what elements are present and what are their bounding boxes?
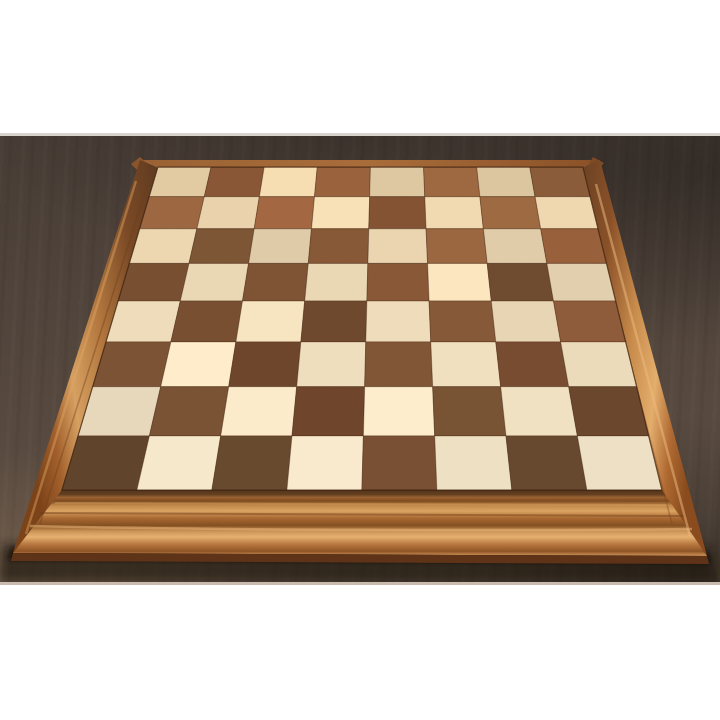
square-c8 xyxy=(259,167,317,197)
square-e3 xyxy=(365,342,433,387)
square-a7 xyxy=(140,197,205,229)
square-g8 xyxy=(477,167,535,197)
square-e2 xyxy=(363,387,434,436)
square-c5 xyxy=(243,263,309,301)
square-g4 xyxy=(491,301,560,342)
square-e4 xyxy=(366,301,431,342)
square-d6 xyxy=(308,229,369,264)
square-c4 xyxy=(236,301,305,342)
square-b8 xyxy=(204,167,264,197)
square-c6 xyxy=(249,229,312,264)
square-f4 xyxy=(429,301,496,342)
square-h7 xyxy=(535,197,598,229)
square-e7 xyxy=(369,197,426,229)
square-c3 xyxy=(229,342,301,387)
square-a5 xyxy=(118,263,189,301)
square-d5 xyxy=(305,263,368,301)
chessboard-photo xyxy=(0,133,720,585)
square-b5 xyxy=(180,263,248,301)
square-e5 xyxy=(367,263,429,301)
square-g7 xyxy=(480,197,541,229)
square-h1 xyxy=(577,436,662,490)
square-h2 xyxy=(569,387,649,436)
square-g2 xyxy=(501,387,578,436)
square-h3 xyxy=(561,342,637,387)
board-squares xyxy=(62,167,662,490)
square-g6 xyxy=(483,229,547,264)
square-c1 xyxy=(212,436,292,490)
square-d4 xyxy=(301,301,367,342)
square-e8 xyxy=(370,167,425,197)
square-b4 xyxy=(171,301,243,342)
base-front xyxy=(13,490,707,556)
square-h8 xyxy=(530,167,590,197)
square-g5 xyxy=(487,263,553,301)
square-f8 xyxy=(424,167,480,197)
square-d2 xyxy=(292,387,365,436)
square-f7 xyxy=(425,197,484,229)
square-a6 xyxy=(129,229,197,264)
square-a8 xyxy=(149,167,211,197)
square-f2 xyxy=(433,387,506,436)
square-c2 xyxy=(221,387,297,436)
square-b7 xyxy=(197,197,260,229)
square-b1 xyxy=(137,436,221,490)
square-d1 xyxy=(287,436,364,490)
square-d8 xyxy=(315,167,371,197)
square-h4 xyxy=(554,301,626,342)
square-d3 xyxy=(297,342,366,387)
square-a4 xyxy=(106,301,180,342)
chessboard xyxy=(0,136,720,582)
square-d7 xyxy=(312,197,370,229)
square-h6 xyxy=(541,229,607,264)
square-h5 xyxy=(547,263,616,301)
square-b3 xyxy=(161,342,236,387)
square-b2 xyxy=(149,387,228,436)
square-g1 xyxy=(506,436,587,490)
square-b6 xyxy=(189,229,254,264)
square-e6 xyxy=(368,229,428,264)
square-f5 xyxy=(428,263,492,301)
square-f6 xyxy=(426,229,487,264)
square-f1 xyxy=(435,436,512,490)
page-background xyxy=(0,0,720,720)
square-f3 xyxy=(431,342,501,387)
square-g3 xyxy=(496,342,569,387)
square-c7 xyxy=(254,197,314,229)
square-e1 xyxy=(362,436,437,490)
